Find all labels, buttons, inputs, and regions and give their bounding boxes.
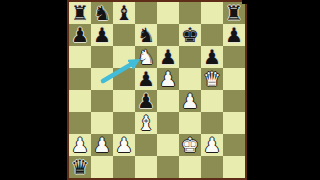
piece-black-bishop-c8[interactable]: ♝ xyxy=(113,2,135,24)
square-h6[interactable] xyxy=(223,46,245,68)
cursor-artifact xyxy=(242,0,247,4)
square-f8[interactable] xyxy=(179,2,201,24)
square-c6[interactable] xyxy=(113,46,135,68)
square-e8[interactable] xyxy=(157,2,179,24)
square-a1[interactable]: ♛ xyxy=(69,156,91,178)
video-frame: ♜♞♝♜♟♟♞♚♟♞♟♟♟♟♛♟♟♝♟♟♟♚♟♛ xyxy=(0,0,320,180)
square-a5[interactable] xyxy=(69,68,91,90)
square-g7[interactable] xyxy=(201,24,223,46)
square-d8[interactable] xyxy=(135,2,157,24)
square-g3[interactable] xyxy=(201,112,223,134)
square-f3[interactable] xyxy=(179,112,201,134)
square-g5[interactable]: ♛ xyxy=(201,68,223,90)
square-a8[interactable]: ♜ xyxy=(69,2,91,24)
square-g6[interactable]: ♟ xyxy=(201,46,223,68)
square-f4[interactable]: ♟ xyxy=(179,90,201,112)
chess-board: ♜♞♝♜♟♟♞♚♟♞♟♟♟♟♛♟♟♝♟♟♟♚♟♛ xyxy=(67,0,247,180)
square-c8[interactable]: ♝ xyxy=(113,2,135,24)
square-e6[interactable]: ♟ xyxy=(157,46,179,68)
square-e4[interactable] xyxy=(157,90,179,112)
square-d4[interactable]: ♟ xyxy=(135,90,157,112)
piece-black-rook-h8[interactable]: ♜ xyxy=(223,2,245,24)
square-d6[interactable]: ♞ xyxy=(135,46,157,68)
square-e5[interactable]: ♟ xyxy=(157,68,179,90)
piece-white-pawn-a2[interactable]: ♟ xyxy=(69,134,91,156)
square-d3[interactable]: ♝ xyxy=(135,112,157,134)
piece-white-knight-d6[interactable]: ♞ xyxy=(135,46,157,68)
square-a2[interactable]: ♟ xyxy=(69,134,91,156)
square-e3[interactable] xyxy=(157,112,179,134)
square-b8[interactable]: ♞ xyxy=(91,2,113,24)
square-e7[interactable] xyxy=(157,24,179,46)
square-g2[interactable]: ♟ xyxy=(201,134,223,156)
square-g1[interactable] xyxy=(201,156,223,178)
piece-black-king-f7[interactable]: ♚ xyxy=(179,24,201,46)
piece-black-pawn-h7[interactable]: ♟ xyxy=(223,24,245,46)
square-g4[interactable] xyxy=(201,90,223,112)
piece-white-pawn-f4[interactable]: ♟ xyxy=(179,90,201,112)
board-squares: ♜♞♝♜♟♟♞♚♟♞♟♟♟♟♛♟♟♝♟♟♟♚♟♛ xyxy=(69,2,245,178)
square-c4[interactable] xyxy=(113,90,135,112)
square-h1[interactable] xyxy=(223,156,245,178)
square-b4[interactable] xyxy=(91,90,113,112)
piece-black-pawn-d5[interactable]: ♟ xyxy=(135,68,157,90)
square-c2[interactable]: ♟ xyxy=(113,134,135,156)
square-h5[interactable] xyxy=(223,68,245,90)
square-f5[interactable] xyxy=(179,68,201,90)
square-h8[interactable]: ♜ xyxy=(223,2,245,24)
square-d5[interactable]: ♟ xyxy=(135,68,157,90)
square-b6[interactable] xyxy=(91,46,113,68)
piece-black-rook-a8[interactable]: ♜ xyxy=(69,2,91,24)
square-f7[interactable]: ♚ xyxy=(179,24,201,46)
square-h3[interactable] xyxy=(223,112,245,134)
square-c1[interactable] xyxy=(113,156,135,178)
square-b2[interactable]: ♟ xyxy=(91,134,113,156)
square-e2[interactable] xyxy=(157,134,179,156)
piece-black-pawn-g6[interactable]: ♟ xyxy=(201,46,223,68)
square-c3[interactable] xyxy=(113,112,135,134)
square-a7[interactable]: ♟ xyxy=(69,24,91,46)
piece-black-queen-a1[interactable]: ♛ xyxy=(69,156,91,178)
square-d1[interactable] xyxy=(135,156,157,178)
piece-black-knight-b8[interactable]: ♞ xyxy=(91,2,113,24)
square-b3[interactable] xyxy=(91,112,113,134)
piece-white-pawn-g2[interactable]: ♟ xyxy=(201,134,223,156)
piece-black-pawn-d4[interactable]: ♟ xyxy=(135,90,157,112)
square-d7[interactable]: ♞ xyxy=(135,24,157,46)
square-e1[interactable] xyxy=(157,156,179,178)
piece-white-pawn-e5[interactable]: ♟ xyxy=(157,68,179,90)
square-a6[interactable] xyxy=(69,46,91,68)
piece-black-pawn-a7[interactable]: ♟ xyxy=(69,24,91,46)
square-b5[interactable] xyxy=(91,68,113,90)
square-h2[interactable] xyxy=(223,134,245,156)
piece-black-knight-d7[interactable]: ♞ xyxy=(135,24,157,46)
square-b7[interactable]: ♟ xyxy=(91,24,113,46)
square-a4[interactable] xyxy=(69,90,91,112)
square-h4[interactable] xyxy=(223,90,245,112)
square-b1[interactable] xyxy=(91,156,113,178)
piece-black-pawn-b7[interactable]: ♟ xyxy=(91,24,113,46)
piece-white-pawn-c2[interactable]: ♟ xyxy=(113,134,135,156)
square-a3[interactable] xyxy=(69,112,91,134)
square-h7[interactable]: ♟ xyxy=(223,24,245,46)
square-g8[interactable] xyxy=(201,2,223,24)
square-c5[interactable] xyxy=(113,68,135,90)
square-f6[interactable] xyxy=(179,46,201,68)
square-f2[interactable]: ♚ xyxy=(179,134,201,156)
square-d2[interactable] xyxy=(135,134,157,156)
piece-white-queen-g5[interactable]: ♛ xyxy=(201,68,223,90)
piece-white-bishop-d3[interactable]: ♝ xyxy=(135,112,157,134)
piece-white-pawn-b2[interactable]: ♟ xyxy=(91,134,113,156)
square-f1[interactable] xyxy=(179,156,201,178)
piece-white-king-f2[interactable]: ♚ xyxy=(179,134,201,156)
square-c7[interactable] xyxy=(113,24,135,46)
piece-black-pawn-e6[interactable]: ♟ xyxy=(157,46,179,68)
